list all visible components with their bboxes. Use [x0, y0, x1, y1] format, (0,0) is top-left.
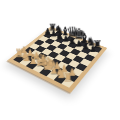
chessboard: ♜♞♝♛♚♝♞♜♟♟♟♟♟♟♟♟♟♟♟♟♟♟♟♟♜♞♝♛♚♝♞♜	[7, 27, 107, 93]
product-photo: ♜♞♝♛♚♝♞♜♟♟♟♟♟♟♟♟♟♟♟♟♟♟♟♟♜♞♝♛♚♝♞♜	[0, 0, 120, 120]
black-bishop: ♝	[60, 25, 67, 37]
black-pawn: ♟	[50, 30, 57, 38]
black-pawn: ♟	[62, 35, 70, 43]
white-rook: ♜	[62, 71, 71, 84]
white-pawn: ♟	[46, 58, 55, 68]
white-queen: ♛	[34, 53, 43, 69]
white-pawn: ♟	[67, 68, 76, 78]
white-pawn: ♟	[39, 55, 47, 65]
white-bishop: ♝	[48, 62, 57, 77]
black-knight: ♞	[54, 24, 61, 35]
black-king: ♚	[72, 27, 79, 42]
white-knight: ♞	[55, 66, 64, 80]
white-pawn: ♟	[60, 64, 69, 74]
pieces-layer: ♜♞♝♛♚♝♞♜♟♟♟♟♟♟♟♟♟♟♟♟♟♟♟♟♜♞♝♛♚♝♞♜	[13, 29, 102, 88]
black-bishop: ♝	[79, 32, 87, 44]
black-pawn: ♟	[75, 40, 83, 49]
black-pawn: ♟	[44, 28, 51, 36]
white-pawn: ♟	[53, 61, 62, 71]
black-knight: ♞	[86, 36, 94, 48]
black-queen: ♛	[66, 26, 73, 40]
black-rook: ♜	[48, 23, 55, 33]
